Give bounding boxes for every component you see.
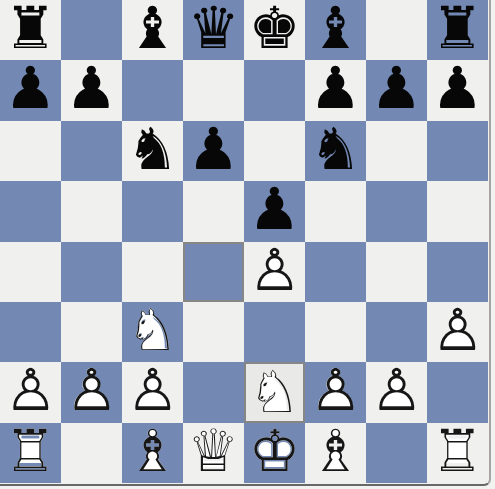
black-pawn[interactable]: ♟ (427, 60, 488, 120)
square-b7[interactable]: ♟ (61, 60, 122, 120)
square-g6[interactable] (366, 121, 427, 181)
black-bishop[interactable]: ♝ (305, 0, 366, 60)
square-d3[interactable] (183, 302, 244, 362)
square-d6[interactable]: ♟ (183, 121, 244, 181)
square-a2[interactable]: ♙ (0, 362, 61, 422)
square-c6[interactable]: ♞ (122, 121, 183, 181)
square-b2[interactable]: ♙ (61, 362, 122, 422)
square-f7[interactable]: ♟ (305, 60, 366, 120)
white-bishop[interactable]: ♗ (305, 423, 366, 483)
square-d4[interactable] (183, 242, 244, 302)
chess-app-window: ♜♝♛♚♝♜♟♟♟♟♟♞♟♞♟♙♘♙♙♙♙♘♙♙♖♗♕♔♗♖ (0, 0, 495, 489)
square-h5[interactable] (427, 181, 488, 241)
square-e5[interactable]: ♟ (244, 181, 305, 241)
white-rook[interactable]: ♖ (427, 423, 488, 483)
black-bishop[interactable]: ♝ (122, 0, 183, 60)
square-g4[interactable] (366, 242, 427, 302)
square-c3[interactable]: ♘ (122, 302, 183, 362)
square-b8[interactable] (61, 0, 122, 60)
square-d1[interactable]: ♕ (183, 423, 244, 483)
square-b1[interactable] (61, 423, 122, 483)
black-queen[interactable]: ♛ (183, 0, 244, 60)
square-f6[interactable]: ♞ (305, 121, 366, 181)
black-pawn[interactable]: ♟ (183, 121, 244, 181)
square-a4[interactable] (0, 242, 61, 302)
white-pawn[interactable]: ♙ (61, 362, 122, 422)
white-pawn[interactable]: ♙ (122, 362, 183, 422)
white-pawn[interactable]: ♙ (366, 362, 427, 422)
square-c1[interactable]: ♗ (122, 423, 183, 483)
white-queen[interactable]: ♕ (183, 423, 244, 483)
black-rook[interactable]: ♜ (427, 0, 488, 60)
black-pawn[interactable]: ♟ (366, 60, 427, 120)
square-b3[interactable] (61, 302, 122, 362)
square-g8[interactable] (366, 0, 427, 60)
square-e7[interactable] (244, 60, 305, 120)
square-a1[interactable]: ♖ (0, 423, 61, 483)
square-c2[interactable]: ♙ (122, 362, 183, 422)
square-e1[interactable]: ♔ (244, 423, 305, 483)
black-pawn[interactable]: ♟ (244, 181, 305, 241)
square-f1[interactable]: ♗ (305, 423, 366, 483)
square-g1[interactable] (366, 423, 427, 483)
square-b4[interactable] (61, 242, 122, 302)
square-d2[interactable] (183, 362, 244, 422)
square-c4[interactable] (122, 242, 183, 302)
white-pawn[interactable]: ♙ (427, 302, 488, 362)
square-e3[interactable] (244, 302, 305, 362)
black-king[interactable]: ♚ (244, 0, 305, 60)
white-pawn[interactable]: ♙ (305, 362, 366, 422)
white-knight[interactable]: ♘ (122, 302, 183, 362)
square-f2[interactable]: ♙ (305, 362, 366, 422)
square-a7[interactable]: ♟ (0, 60, 61, 120)
square-e4[interactable]: ♙ (244, 242, 305, 302)
square-h8[interactable]: ♜ (427, 0, 488, 60)
square-e2[interactable]: ♘ (244, 362, 305, 422)
square-b6[interactable] (61, 121, 122, 181)
black-pawn[interactable]: ♟ (61, 60, 122, 120)
square-g3[interactable] (366, 302, 427, 362)
square-g5[interactable] (366, 181, 427, 241)
board-frame: ♜♝♛♚♝♜♟♟♟♟♟♞♟♞♟♙♘♙♙♙♙♘♙♙♖♗♕♔♗♖ (0, 0, 491, 486)
square-h7[interactable]: ♟ (427, 60, 488, 120)
white-king[interactable]: ♔ (244, 423, 305, 483)
square-c8[interactable]: ♝ (122, 0, 183, 60)
square-e8[interactable]: ♚ (244, 0, 305, 60)
black-knight[interactable]: ♞ (305, 121, 366, 181)
square-f5[interactable] (305, 181, 366, 241)
white-pawn[interactable]: ♙ (244, 242, 305, 302)
square-a3[interactable] (0, 302, 61, 362)
black-knight[interactable]: ♞ (122, 121, 183, 181)
square-d8[interactable]: ♛ (183, 0, 244, 60)
square-h6[interactable] (427, 121, 488, 181)
square-a6[interactable] (0, 121, 61, 181)
square-d7[interactable] (183, 60, 244, 120)
square-c5[interactable] (122, 181, 183, 241)
square-f4[interactable] (305, 242, 366, 302)
square-e6[interactable] (244, 121, 305, 181)
square-d5[interactable] (183, 181, 244, 241)
black-pawn[interactable]: ♟ (305, 60, 366, 120)
white-rook[interactable]: ♖ (0, 423, 61, 483)
chess-board: ♜♝♛♚♝♜♟♟♟♟♟♞♟♞♟♙♘♙♙♙♙♘♙♙♖♗♕♔♗♖ (0, 0, 488, 483)
square-c7[interactable] (122, 60, 183, 120)
white-knight[interactable]: ♘ (246, 364, 303, 420)
square-g2[interactable]: ♙ (366, 362, 427, 422)
square-f8[interactable]: ♝ (305, 0, 366, 60)
square-a5[interactable] (0, 181, 61, 241)
square-a8[interactable]: ♜ (0, 0, 61, 60)
square-h4[interactable] (427, 242, 488, 302)
black-pawn[interactable]: ♟ (0, 60, 61, 120)
square-h3[interactable]: ♙ (427, 302, 488, 362)
square-h1[interactable]: ♖ (427, 423, 488, 483)
square-g7[interactable]: ♟ (366, 60, 427, 120)
square-b5[interactable] (61, 181, 122, 241)
square-f3[interactable] (305, 302, 366, 362)
black-rook[interactable]: ♜ (0, 0, 61, 60)
white-bishop[interactable]: ♗ (122, 423, 183, 483)
square-h2[interactable] (427, 362, 488, 422)
white-pawn[interactable]: ♙ (0, 362, 61, 422)
